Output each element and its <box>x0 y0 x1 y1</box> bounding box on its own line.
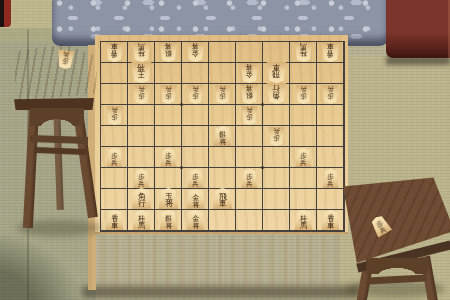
piece-8h-sente-bishop[interactable]: 角行 <box>131 188 152 209</box>
star-point <box>180 166 183 169</box>
left-komadai-apron <box>30 108 84 126</box>
piece-8g-sente-pawn[interactable]: 歩兵 <box>133 169 150 188</box>
piece-6a-gote-gold[interactable]: 金将 <box>186 42 205 62</box>
piece-5h-sente-rook[interactable]: 飛車 <box>212 188 233 209</box>
piece-1i-sente-lance[interactable]: 香車 <box>321 210 340 230</box>
piece-5e-sente-silver[interactable]: 銀将 <box>213 126 232 146</box>
right-komadai-apron <box>366 258 428 274</box>
piece-9d-gote-pawn[interactable]: 歩兵 <box>106 106 123 125</box>
board-front-face <box>88 233 348 290</box>
piece-7f-sente-pawn[interactable]: 歩兵 <box>160 148 177 167</box>
piece-4c-gote-silver[interactable]: 銀将 <box>240 84 259 104</box>
piece-7a-gote-silver[interactable]: 銀将 <box>159 42 178 62</box>
piece-4b-gote-gold[interactable]: 金将 <box>240 63 259 83</box>
red-lacquer-tray <box>0 0 11 27</box>
piece-4g-sente-pawn[interactable]: 歩兵 <box>241 169 258 188</box>
piece-5c-gote-pawn[interactable]: 歩兵 <box>214 85 231 104</box>
red-side-table <box>386 0 450 58</box>
piece-2i-sente-knight[interactable]: 桂馬 <box>294 210 313 230</box>
piece-2f-sente-pawn[interactable]: 歩兵 <box>295 148 312 167</box>
star-point <box>261 103 264 106</box>
star-point <box>180 103 183 106</box>
piece-7h-sente-king[interactable]: 玉将 <box>158 188 179 209</box>
piece-6c-gote-pawn[interactable]: 歩兵 <box>187 85 204 104</box>
piece-2a-gote-knight[interactable]: 桂馬 <box>294 42 313 62</box>
shogi-scene: 香車桂馬銀将金将桂馬香車王将金将飛車歩兵歩兵歩兵歩兵銀将角行歩兵歩兵歩兵歩兵歩兵… <box>0 0 450 300</box>
piece-9i-sente-lance[interactable]: 香車 <box>105 210 124 230</box>
piece-8c-gote-pawn[interactable]: 歩兵 <box>133 85 150 104</box>
piece-9a-gote-lance[interactable]: 香車 <box>105 42 124 62</box>
piece-8a-gote-knight[interactable]: 桂馬 <box>132 42 151 62</box>
piece-1a-gote-lance[interactable]: 香車 <box>321 42 340 62</box>
piece-3e-gote-pawn[interactable]: 歩兵 <box>268 127 285 146</box>
piece-1g-sente-pawn[interactable]: 歩兵 <box>322 169 339 188</box>
piece-3c-gote-bishop[interactable]: 角行 <box>266 83 287 104</box>
piece-6i-sente-gold[interactable]: 金将 <box>186 210 205 230</box>
piece-6g-sente-pawn[interactable]: 歩兵 <box>187 169 204 188</box>
board-grid[interactable]: 香車桂馬銀将金将桂馬香車王将金将飛車歩兵歩兵歩兵歩兵銀将角行歩兵歩兵歩兵歩兵歩兵… <box>100 41 345 232</box>
floor-shadow <box>0 235 80 300</box>
piece-7i-sente-silver[interactable]: 銀将 <box>159 210 178 230</box>
piece-3b-gote-rook[interactable]: 飛車 <box>266 62 287 83</box>
piece-9f-sente-pawn[interactable]: 歩兵 <box>106 148 123 167</box>
piece-8b-gote-king[interactable]: 王将 <box>131 62 152 83</box>
star-point <box>261 166 264 169</box>
piece-7c-gote-pawn[interactable]: 歩兵 <box>160 85 177 104</box>
piece-2c-gote-pawn[interactable]: 歩兵 <box>295 85 312 104</box>
piece-6h-sente-gold[interactable]: 金将 <box>186 189 205 209</box>
piece-1c-gote-pawn[interactable]: 歩兵 <box>322 85 339 104</box>
piece-4d-gote-pawn[interactable]: 歩兵 <box>241 106 258 125</box>
piece-8i-sente-knight[interactable]: 桂馬 <box>132 210 151 230</box>
